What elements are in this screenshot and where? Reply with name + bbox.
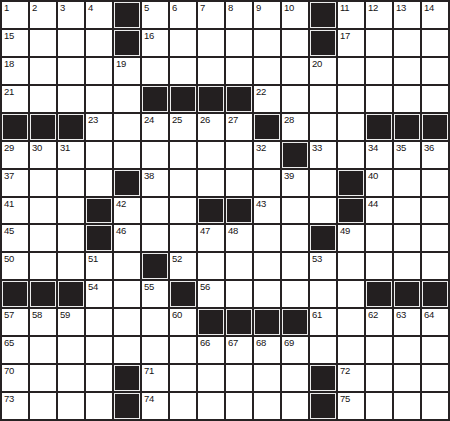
grid-cell[interactable]: 29 [2, 142, 28, 168]
clue-number: 57 [4, 309, 14, 320]
grid-cell[interactable] [114, 253, 140, 279]
grid-cell[interactable]: 54 [86, 281, 112, 307]
grid-cell[interactable]: 23 [86, 114, 112, 140]
black-cell [422, 281, 448, 307]
grid-cell[interactable] [58, 365, 84, 391]
grid-cell[interactable]: 55 [142, 281, 168, 307]
grid-cell[interactable]: 49 [338, 225, 364, 251]
clue-number: 66 [200, 337, 210, 348]
grid-cell[interactable] [86, 30, 112, 56]
grid-cell[interactable]: 6 [170, 2, 196, 28]
grid-cell[interactable] [422, 253, 448, 279]
grid-cell[interactable] [58, 58, 84, 84]
grid-cell[interactable] [30, 253, 56, 279]
grid-cell[interactable]: 14 [422, 2, 448, 28]
grid-cell[interactable]: 26 [198, 114, 224, 140]
grid-cell[interactable] [310, 114, 336, 140]
grid-cell[interactable] [170, 170, 196, 196]
clue-number: 11 [340, 2, 349, 13]
grid-cell[interactable] [338, 337, 364, 363]
black-cell [114, 393, 140, 419]
grid-cell[interactable] [394, 198, 420, 224]
grid-cell[interactable] [226, 393, 252, 419]
grid-cell[interactable]: 17 [338, 30, 364, 56]
black-cell [30, 114, 56, 140]
grid-cell[interactable] [254, 30, 280, 56]
grid-cell[interactable] [198, 142, 224, 168]
grid-cell[interactable] [254, 365, 280, 391]
black-cell [366, 114, 392, 140]
clue-number: 39 [284, 170, 294, 181]
grid-cell[interactable] [198, 365, 224, 391]
grid-cell[interactable] [422, 198, 448, 224]
grid-cell[interactable]: 45 [2, 225, 28, 251]
clue-number: 60 [172, 309, 182, 320]
black-cell [2, 114, 28, 140]
clue-number: 6 [172, 2, 177, 13]
grid-cell[interactable] [422, 170, 448, 196]
grid-cell[interactable] [394, 253, 420, 279]
grid-cell[interactable] [394, 337, 420, 363]
black-cell [114, 365, 140, 391]
grid-cell[interactable]: 41 [2, 198, 28, 224]
clue-number: 29 [4, 142, 14, 153]
black-cell [422, 114, 448, 140]
clue-number: 74 [144, 393, 154, 404]
grid-cell[interactable] [142, 225, 168, 251]
grid-cell[interactable]: 10 [282, 2, 308, 28]
grid-cell[interactable] [30, 86, 56, 112]
grid-cell[interactable]: 32 [254, 142, 280, 168]
grid-cell[interactable] [30, 198, 56, 224]
black-cell [282, 309, 308, 335]
clue-number: 14 [424, 2, 434, 13]
grid-cell[interactable] [170, 337, 196, 363]
grid-cell[interactable]: 51 [86, 253, 112, 279]
grid-cell[interactable]: 8 [226, 2, 252, 28]
grid-cell[interactable] [30, 58, 56, 84]
grid-cell[interactable]: 18 [2, 58, 28, 84]
black-cell [310, 30, 336, 56]
grid-cell[interactable] [394, 86, 420, 112]
clue-number: 41 [4, 198, 14, 209]
clue-number: 23 [88, 114, 98, 125]
grid-cell[interactable] [30, 337, 56, 363]
clue-number: 43 [256, 198, 266, 209]
grid-cell[interactable]: 5 [142, 2, 168, 28]
grid-cell[interactable]: 72 [338, 365, 364, 391]
grid-cell[interactable]: 53 [310, 253, 336, 279]
grid-cell[interactable]: 52 [170, 253, 196, 279]
clue-number: 8 [228, 2, 233, 13]
grid-cell[interactable] [170, 225, 196, 251]
grid-cell[interactable] [338, 86, 364, 112]
clue-number: 46 [116, 225, 126, 236]
grid-cell[interactable] [86, 142, 112, 168]
grid-cell[interactable] [170, 142, 196, 168]
clue-number: 19 [116, 58, 126, 69]
grid-cell[interactable] [170, 30, 196, 56]
grid-cell[interactable] [86, 309, 112, 335]
grid-cell[interactable]: 42 [114, 198, 140, 224]
clue-number: 20 [312, 58, 322, 69]
clue-number: 48 [228, 225, 238, 236]
grid-cell[interactable]: 73 [2, 393, 28, 419]
grid-cell[interactable] [254, 253, 280, 279]
grid-cell[interactable]: 59 [58, 309, 84, 335]
clue-number: 62 [368, 309, 378, 320]
grid-cell[interactable] [30, 170, 56, 196]
grid-cell[interactable] [282, 58, 308, 84]
grid-cell[interactable] [394, 30, 420, 56]
grid-cell[interactable]: 28 [282, 114, 308, 140]
grid-cell[interactable] [338, 253, 364, 279]
clue-number: 40 [368, 170, 378, 181]
grid-cell[interactable] [226, 58, 252, 84]
grid-cell[interactable] [338, 309, 364, 335]
black-cell [114, 2, 140, 28]
clue-number: 36 [424, 142, 434, 153]
grid-cell[interactable]: 38 [142, 170, 168, 196]
grid-cell[interactable] [114, 114, 140, 140]
grid-cell[interactable] [86, 86, 112, 112]
clue-number: 42 [116, 198, 126, 209]
clue-number: 18 [4, 58, 14, 69]
grid-cell[interactable] [226, 365, 252, 391]
clue-number: 71 [144, 365, 154, 376]
clue-number: 30 [32, 142, 42, 153]
grid-cell[interactable]: 27 [226, 114, 252, 140]
black-cell [198, 309, 224, 335]
grid-cell[interactable] [366, 365, 392, 391]
grid-cell[interactable] [58, 30, 84, 56]
clue-number: 47 [200, 225, 210, 236]
clue-number: 67 [228, 337, 238, 348]
grid-cell[interactable]: 24 [142, 114, 168, 140]
grid-cell[interactable]: 47 [198, 225, 224, 251]
grid-cell[interactable] [254, 58, 280, 84]
grid-cell[interactable] [394, 225, 420, 251]
grid-cell[interactable] [226, 170, 252, 196]
grid-cell[interactable] [30, 225, 56, 251]
grid-cell[interactable] [198, 30, 224, 56]
clue-number: 35 [396, 142, 406, 153]
grid-cell[interactable]: 66 [198, 337, 224, 363]
grid-cell[interactable] [114, 142, 140, 168]
grid-cell[interactable]: 4 [86, 2, 112, 28]
grid-cell[interactable] [58, 253, 84, 279]
grid-cell[interactable]: 67 [226, 337, 252, 363]
grid-cell[interactable]: 9 [254, 2, 280, 28]
grid-cell[interactable] [198, 58, 224, 84]
grid-cell[interactable] [422, 86, 448, 112]
grid-cell[interactable]: 36 [422, 142, 448, 168]
grid-cell[interactable]: 7 [198, 2, 224, 28]
grid-cell[interactable]: 16 [142, 30, 168, 56]
grid-cell[interactable]: 15 [2, 30, 28, 56]
grid-cell[interactable] [422, 225, 448, 251]
grid-cell[interactable] [30, 30, 56, 56]
black-cell [86, 225, 112, 251]
grid-cell[interactable] [86, 58, 112, 84]
grid-cell[interactable] [422, 30, 448, 56]
grid-cell[interactable] [86, 170, 112, 196]
grid-cell[interactable]: 62 [366, 309, 392, 335]
grid-cell[interactable]: 35 [394, 142, 420, 168]
grid-cell[interactable] [142, 142, 168, 168]
clue-number: 13 [396, 2, 406, 13]
grid-cell[interactable] [338, 58, 364, 84]
clue-number: 50 [4, 253, 14, 264]
grid-cell[interactable]: 33 [310, 142, 336, 168]
clue-number: 25 [172, 114, 182, 125]
grid-cell[interactable] [282, 198, 308, 224]
black-cell [86, 198, 112, 224]
grid-cell[interactable] [170, 393, 196, 419]
grid-cell[interactable] [86, 393, 112, 419]
clue-number: 44 [368, 198, 378, 209]
clue-number: 38 [144, 170, 154, 181]
grid-cell[interactable] [310, 337, 336, 363]
grid-cell[interactable]: 40 [366, 170, 392, 196]
grid-cell[interactable]: 56 [198, 281, 224, 307]
grid-cell[interactable] [366, 225, 392, 251]
grid-cell[interactable] [170, 365, 196, 391]
grid-cell[interactable]: 68 [254, 337, 280, 363]
grid-cell[interactable] [114, 86, 140, 112]
grid-cell[interactable] [366, 393, 392, 419]
black-cell [226, 86, 252, 112]
grid-cell[interactable]: 39 [282, 170, 308, 196]
grid-cell[interactable] [282, 281, 308, 307]
grid-cell[interactable]: 60 [170, 309, 196, 335]
black-cell [310, 225, 336, 251]
grid-cell[interactable] [422, 365, 448, 391]
crossword-grid: 1234567891011121314151617181920212223242… [0, 0, 450, 421]
clue-number: 22 [256, 86, 266, 97]
grid-cell[interactable]: 57 [2, 309, 28, 335]
clue-number: 59 [60, 309, 70, 320]
grid-cell[interactable] [198, 170, 224, 196]
black-cell [254, 309, 280, 335]
black-cell [282, 142, 308, 168]
grid-cell[interactable] [338, 114, 364, 140]
black-cell [254, 114, 280, 140]
clue-number: 75 [340, 393, 350, 404]
clue-number: 1 [4, 2, 9, 13]
grid-cell[interactable] [282, 30, 308, 56]
grid-cell[interactable] [58, 198, 84, 224]
clue-number: 10 [284, 2, 294, 13]
grid-cell[interactable] [394, 393, 420, 419]
grid-cell[interactable]: 64 [422, 309, 448, 335]
grid-cell[interactable] [282, 225, 308, 251]
grid-cell[interactable]: 58 [30, 309, 56, 335]
grid-cell[interactable]: 22 [254, 86, 280, 112]
grid-cell[interactable]: 43 [254, 198, 280, 224]
grid-cell[interactable] [30, 393, 56, 419]
clue-number: 70 [4, 365, 14, 376]
grid-cell[interactable]: 20 [310, 58, 336, 84]
grid-cell[interactable] [58, 170, 84, 196]
clue-number: 53 [312, 253, 322, 264]
black-cell [2, 281, 28, 307]
grid-cell[interactable] [366, 86, 392, 112]
clue-number: 68 [256, 337, 266, 348]
grid-cell[interactable] [142, 309, 168, 335]
grid-cell[interactable]: 21 [2, 86, 28, 112]
grid-cell[interactable] [394, 170, 420, 196]
grid-cell[interactable]: 75 [338, 393, 364, 419]
clue-number: 7 [200, 2, 205, 13]
grid-cell[interactable] [282, 365, 308, 391]
grid-cell[interactable] [58, 86, 84, 112]
clue-number: 56 [200, 281, 210, 292]
grid-cell[interactable] [394, 58, 420, 84]
clue-number: 3 [60, 2, 65, 13]
grid-cell[interactable] [58, 337, 84, 363]
grid-cell[interactable] [254, 170, 280, 196]
black-cell [394, 114, 420, 140]
grid-cell[interactable]: 69 [282, 337, 308, 363]
grid-cell[interactable] [114, 337, 140, 363]
grid-cell[interactable] [282, 86, 308, 112]
black-cell [170, 86, 196, 112]
grid-cell[interactable] [198, 393, 224, 419]
grid-cell[interactable] [86, 337, 112, 363]
clue-number: 33 [312, 142, 322, 153]
grid-cell[interactable]: 61 [310, 309, 336, 335]
grid-cell[interactable] [226, 142, 252, 168]
grid-cell[interactable]: 34 [366, 142, 392, 168]
grid-cell[interactable] [254, 281, 280, 307]
grid-cell[interactable] [198, 253, 224, 279]
grid-cell[interactable] [142, 198, 168, 224]
grid-cell[interactable] [170, 58, 196, 84]
grid-cell[interactable] [366, 30, 392, 56]
clue-number: 26 [200, 114, 210, 125]
grid-cell[interactable]: 13 [394, 2, 420, 28]
black-cell [198, 86, 224, 112]
grid-cell[interactable]: 11 [338, 2, 364, 28]
clue-number: 49 [340, 225, 350, 236]
grid-cell[interactable] [310, 198, 336, 224]
grid-cell[interactable] [226, 253, 252, 279]
grid-cell[interactable] [310, 86, 336, 112]
black-cell [310, 2, 336, 28]
black-cell [114, 170, 140, 196]
clue-number: 52 [172, 253, 182, 264]
clue-number: 16 [144, 30, 154, 41]
clue-number: 37 [4, 170, 14, 181]
grid-cell[interactable] [338, 281, 364, 307]
grid-cell[interactable]: 37 [2, 170, 28, 196]
clue-number: 9 [256, 2, 261, 13]
clue-number: 64 [424, 309, 434, 320]
grid-cell[interactable]: 71 [142, 365, 168, 391]
clue-number: 5 [144, 2, 149, 13]
clue-number: 34 [368, 142, 378, 153]
clue-number: 12 [368, 2, 378, 13]
grid-cell[interactable] [422, 58, 448, 84]
grid-cell[interactable]: 74 [142, 393, 168, 419]
grid-cell[interactable] [226, 30, 252, 56]
grid-cell[interactable] [58, 225, 84, 251]
black-cell [58, 281, 84, 307]
grid-cell[interactable] [366, 58, 392, 84]
clue-number: 63 [396, 309, 406, 320]
grid-cell[interactable] [142, 337, 168, 363]
black-cell [170, 281, 196, 307]
grid-cell[interactable] [394, 365, 420, 391]
grid-cell[interactable] [422, 393, 448, 419]
black-cell [394, 281, 420, 307]
grid-cell[interactable] [86, 365, 112, 391]
grid-cell[interactable]: 25 [170, 114, 196, 140]
grid-cell[interactable]: 65 [2, 337, 28, 363]
clue-number: 17 [340, 30, 350, 41]
clue-number: 58 [32, 309, 42, 320]
grid-cell[interactable] [30, 365, 56, 391]
grid-cell[interactable]: 46 [114, 225, 140, 251]
grid-cell[interactable] [254, 225, 280, 251]
grid-cell[interactable]: 1 [2, 2, 28, 28]
black-cell [142, 253, 168, 279]
clue-number: 4 [88, 2, 93, 13]
black-cell [114, 30, 140, 56]
clue-number: 31 [60, 142, 70, 153]
grid-cell[interactable]: 50 [2, 253, 28, 279]
clue-number: 2 [32, 2, 37, 13]
grid-cell[interactable] [58, 393, 84, 419]
grid-cell[interactable]: 3 [58, 2, 84, 28]
grid-cell[interactable]: 19 [114, 58, 140, 84]
grid-cell[interactable] [170, 198, 196, 224]
grid-cell[interactable] [226, 281, 252, 307]
black-cell [226, 198, 252, 224]
grid-cell[interactable]: 48 [226, 225, 252, 251]
grid-cell[interactable] [282, 393, 308, 419]
grid-cell[interactable] [114, 309, 140, 335]
grid-cell[interactable] [338, 142, 364, 168]
grid-cell[interactable]: 12 [366, 2, 392, 28]
clue-number: 24 [144, 114, 154, 125]
grid-cell[interactable]: 63 [394, 309, 420, 335]
grid-cell[interactable] [422, 337, 448, 363]
black-cell [226, 309, 252, 335]
clue-number: 73 [4, 393, 14, 404]
grid-cell[interactable] [366, 253, 392, 279]
grid-cell[interactable]: 30 [30, 142, 56, 168]
black-cell [198, 198, 224, 224]
grid-cell[interactable]: 31 [58, 142, 84, 168]
clue-number: 51 [88, 253, 98, 264]
grid-cell[interactable] [366, 337, 392, 363]
grid-cell[interactable] [142, 58, 168, 84]
black-cell [338, 198, 364, 224]
grid-cell[interactable] [114, 281, 140, 307]
grid-cell[interactable]: 44 [366, 198, 392, 224]
clue-number: 45 [4, 225, 14, 236]
grid-cell[interactable] [310, 281, 336, 307]
grid-cell[interactable]: 70 [2, 365, 28, 391]
grid-cell[interactable]: 2 [30, 2, 56, 28]
grid-cell[interactable] [254, 393, 280, 419]
black-cell [30, 281, 56, 307]
grid-cell[interactable] [310, 170, 336, 196]
black-cell [366, 281, 392, 307]
grid-cell[interactable] [282, 253, 308, 279]
